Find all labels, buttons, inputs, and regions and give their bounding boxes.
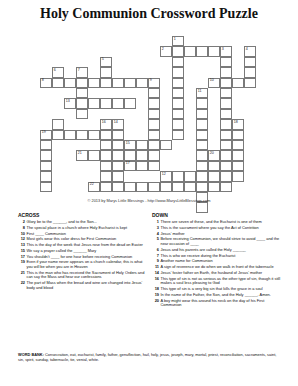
crossword-cell[interactable] [196, 98, 208, 108]
crossword-cell[interactable] [100, 130, 112, 140]
clue-number: 1 [174, 37, 176, 41]
crossword-cell[interactable] [208, 182, 220, 192]
crossword-cell[interactable] [184, 46, 196, 56]
clue-item-text: Even if your name never appears on a chu… [27, 260, 150, 269]
clue-number: 11 [198, 89, 202, 93]
clue-number: 20 [210, 151, 214, 155]
crossword-cell[interactable] [172, 171, 184, 181]
clue-item-text: Jesus and his parents are called the Hol… [161, 248, 284, 253]
copyright-line: © 2013 by Marys Little Blessings - http:… [0, 198, 298, 203]
crossword-cell[interactable] [148, 150, 160, 160]
crossword-cell[interactable] [88, 78, 100, 88]
clue-item-text: A sign of reverence we do when we walk i… [161, 265, 284, 270]
crossword-cell[interactable] [148, 119, 160, 129]
clue-item: 1There are seven of these, and the Eucha… [152, 220, 283, 225]
crossword-cell[interactable] [40, 140, 52, 150]
crossword-cell[interactable] [76, 78, 88, 88]
crossword-cell[interactable] [172, 98, 184, 108]
crossword-cell[interactable] [148, 182, 160, 192]
crossword-cell[interactable] [172, 67, 184, 77]
crossword-cell[interactable] [172, 130, 184, 140]
crossword-cell[interactable] [112, 140, 124, 150]
crossword-cell[interactable] [100, 98, 112, 108]
crossword-cell[interactable] [160, 182, 172, 192]
clue-item: 15We say a prayer called the ______ Mary [18, 249, 149, 254]
clue-item-text: We say a prayer called the ______ Mary [27, 249, 150, 254]
crossword-cell[interactable] [196, 202, 208, 212]
crossword-cell[interactable] [124, 150, 136, 160]
crossword-cell[interactable] [232, 171, 244, 181]
crossword-cell[interactable] [52, 78, 64, 88]
clue-item: 11A sign of reverence we do when we walk… [152, 265, 283, 270]
clue-number: 17 [126, 161, 130, 165]
clue-number: 19 [42, 130, 46, 134]
crossword-cell[interactable] [148, 140, 160, 150]
crossword-cell[interactable] [112, 161, 124, 171]
crossword-cell[interactable] [196, 171, 208, 181]
crossword-cell[interactable] [124, 78, 136, 88]
crossword-cell[interactable]: 1 [172, 36, 184, 46]
clue-number: 4 [246, 47, 248, 51]
clue-item-text: This is the sacrament where you say the … [161, 226, 284, 231]
crossword-cell[interactable] [136, 150, 148, 160]
crossword-cell[interactable] [196, 161, 208, 171]
clue-number: 5 [102, 57, 104, 61]
clue-item-number: 16 [152, 277, 161, 286]
clue-number: 13 [66, 99, 70, 103]
clue-item: 14Jesus' foster father on Earth, the hus… [152, 271, 283, 276]
crossword-cell[interactable] [232, 78, 244, 88]
crossword-cell[interactable] [112, 98, 124, 108]
clue-number: 14 [114, 120, 118, 124]
crossword-cell[interactable] [220, 182, 232, 192]
crossword-cell[interactable] [232, 150, 244, 160]
crossword-cell[interactable] [172, 78, 184, 88]
clue-item-number: 3 [152, 226, 161, 231]
crossword-cell[interactable] [148, 109, 160, 119]
crossword-cell[interactable] [64, 130, 76, 140]
clue-item: 16This type of sin is not as serious as … [152, 277, 283, 286]
clue-item-number: 21 [18, 271, 27, 280]
crossword-cell[interactable]: 4 [244, 46, 256, 56]
crossword-cell[interactable] [172, 109, 184, 119]
crossword-cell[interactable] [40, 161, 52, 171]
crossword-cell[interactable] [172, 88, 184, 98]
crossword-cell[interactable]: 14 [112, 119, 124, 129]
crossword-cell[interactable] [220, 161, 232, 171]
crossword-cell[interactable] [172, 46, 184, 56]
crossword-cell[interactable]: 21 [76, 150, 88, 160]
clue-item-number: 15 [18, 249, 27, 254]
across-clue-list: 2Glory be to the ______, and to the Son.… [18, 220, 149, 292]
crossword-cell[interactable] [136, 140, 148, 150]
crossword-cell[interactable]: 2 [160, 46, 172, 56]
clue-item: 18This type of sin is a very big sin tha… [152, 287, 283, 292]
crossword-cell[interactable] [112, 130, 124, 140]
crossword-cell[interactable] [196, 150, 208, 160]
clue-item-number: 8 [18, 226, 27, 231]
clue-number: 21 [78, 151, 82, 155]
crossword-cell[interactable] [64, 78, 76, 88]
crossword-cell[interactable] [112, 182, 124, 192]
clue-item-number: 5 [152, 237, 161, 246]
crossword-cell[interactable] [244, 78, 256, 88]
crossword-grid: 12345678910111316141819152120171222 [40, 36, 258, 214]
crossword-cell[interactable] [196, 140, 208, 150]
crossword-cell[interactable] [184, 171, 196, 181]
clue-item-text: This type of sin is not as serious as th… [161, 277, 284, 286]
crossword-cell[interactable]: 17 [124, 161, 136, 171]
crossword-cell[interactable] [208, 171, 220, 181]
crossword-cell[interactable] [232, 161, 244, 171]
clue-item-number: 6 [152, 248, 161, 253]
crossword-cell[interactable]: 9 [148, 78, 160, 88]
crossword-cell[interactable] [52, 130, 64, 140]
clue-item-text: Glory be to the ______, and to the Son..… [27, 220, 150, 225]
clue-item-text: In the name of the Father, the Son, and … [161, 293, 284, 298]
page-title: Holy Communion Crossword Puzzle [0, 6, 298, 22]
clue-item: 6Jesus and his parents are called the Ho… [152, 248, 283, 253]
crossword-cell[interactable] [40, 182, 52, 192]
crossword-cell[interactable] [100, 67, 112, 77]
crossword-cell[interactable]: 7 [76, 67, 88, 77]
word-bank: WORD BANK: Consecration, eat, eucharist,… [18, 353, 282, 363]
crossword-cell[interactable] [136, 78, 148, 88]
crossword-cell[interactable] [196, 109, 208, 119]
crossword-cell[interactable]: 3 [220, 46, 232, 56]
clue-item: 5Before receiving Communion, we should s… [152, 237, 283, 246]
crossword-cell[interactable] [136, 161, 148, 171]
clue-item: 3This is the sacrament where you say the… [152, 226, 283, 231]
crossword-cell[interactable] [220, 88, 232, 98]
crossword-cell[interactable]: 16 [100, 119, 112, 129]
crossword-cell[interactable] [220, 171, 232, 181]
clue-item-text: There are seven of these, and the Euchar… [161, 220, 284, 225]
clue-number: 16 [102, 120, 106, 124]
crossword-cell[interactable] [136, 182, 148, 192]
crossword-cell[interactable]: 12 [160, 171, 172, 181]
crossword-cell[interactable] [40, 171, 52, 181]
clue-number: 7 [78, 68, 80, 72]
clue-number: 22 [90, 182, 94, 186]
clue-item: 2Glory be to the ______, and to the Son.… [18, 220, 149, 225]
crossword-cell[interactable] [148, 161, 160, 171]
clue-item-number: 1 [152, 220, 161, 225]
crossword-cell[interactable] [76, 98, 88, 108]
crossword-cell[interactable] [76, 88, 88, 98]
crossword-cell[interactable] [208, 46, 220, 56]
crossword-cell[interactable] [124, 182, 136, 192]
crossword-cell[interactable] [232, 140, 244, 150]
clue-item-number: 14 [152, 271, 161, 276]
clue-item-text: A boy might wear this around his neck on… [161, 299, 284, 308]
crossword-cell[interactable] [100, 171, 112, 181]
crossword-cell[interactable] [220, 78, 232, 88]
crossword-cell[interactable] [88, 98, 100, 108]
clue-number: 10 [210, 78, 214, 82]
clue-item-text: Jesus' foster father on Earth, the husba… [161, 271, 284, 276]
clue-number: 15 [126, 141, 130, 145]
crossword-cell[interactable] [220, 98, 232, 108]
clue-number: 8 [42, 78, 44, 82]
clue-item-number: 19 [18, 260, 27, 269]
crossword-cell[interactable]: 13 [64, 98, 76, 108]
clue-number: 6 [54, 68, 56, 72]
clue-item: 19In the name of the Father, the Son, an… [152, 293, 283, 298]
clue-item-number: 22 [18, 281, 27, 290]
clue-item: 21This is the man who has received the S… [18, 271, 149, 280]
clue-number: 3 [222, 47, 224, 51]
clue-number: 12 [162, 172, 166, 176]
crossword-cell[interactable] [244, 57, 256, 67]
crossword-cell[interactable] [220, 119, 232, 129]
crossword-cell[interactable] [100, 150, 112, 160]
crossword-cell[interactable] [160, 140, 172, 150]
crossword-cell[interactable] [76, 130, 88, 140]
clue-item-number: 20 [152, 299, 161, 308]
crossword-cell[interactable] [76, 109, 88, 119]
across-header: ACROSS [18, 212, 39, 218]
crossword-cell[interactable] [172, 119, 184, 129]
clue-number: 9 [150, 78, 152, 82]
clue-item-text: The special place in a church where Holy… [27, 226, 150, 231]
crossword-cell[interactable] [112, 150, 124, 160]
crossword-cell[interactable]: 15 [124, 140, 136, 150]
crossword-cell[interactable]: 19 [40, 130, 52, 140]
crossword-cell[interactable] [148, 98, 160, 108]
crossword-cell[interactable] [196, 182, 208, 192]
clue-item-text: This type of sin is a very big sin that … [161, 287, 284, 292]
crossword-cell[interactable] [52, 119, 64, 129]
crossword-cell[interactable] [196, 119, 208, 129]
crossword-cell[interactable]: 20 [208, 150, 220, 160]
crossword-cell[interactable] [232, 130, 244, 140]
crossword-cell[interactable] [124, 98, 136, 108]
crossword-cell[interactable] [220, 130, 232, 140]
crossword-cell[interactable] [184, 182, 196, 192]
clue-item: 8The special place in a church where Hol… [18, 226, 149, 231]
crossword-cell[interactable]: 22 [88, 182, 100, 192]
crossword-cell[interactable] [100, 182, 112, 192]
clue-item: 20A boy might wear this around his neck … [152, 299, 283, 308]
crossword-cell[interactable] [220, 140, 232, 150]
clue-item-number: 19 [152, 293, 161, 298]
crossword-cell[interactable] [196, 130, 208, 140]
crossword-cell[interactable] [196, 46, 208, 56]
crossword-cell[interactable] [208, 161, 220, 171]
crossword-cell[interactable] [220, 67, 232, 77]
clue-item-number: 11 [152, 265, 161, 270]
crossword-cell[interactable] [220, 57, 232, 67]
clue-item: 19Even if your name never appears on a c… [18, 260, 149, 269]
crossword-cell[interactable] [88, 130, 100, 140]
clue-item-text: The part of Mass when the bread and wine… [27, 281, 150, 290]
clue-item-number: 2 [18, 220, 27, 225]
clue-number: 2 [162, 47, 164, 51]
down-header: DOWN [152, 212, 168, 218]
crossword-cell[interactable] [40, 150, 52, 160]
crossword-cell[interactable]: 10 [208, 78, 220, 88]
crossword-cell[interactable] [100, 161, 112, 171]
crossword-cell[interactable]: 11 [196, 88, 208, 98]
crossword-cell[interactable] [148, 130, 160, 140]
crossword-cell[interactable] [244, 67, 256, 77]
crossword-cell[interactable] [172, 182, 184, 192]
crossword-cell[interactable] [148, 88, 160, 98]
clue-item: 22The part of Mass when the bread and wi… [18, 281, 149, 290]
word-bank-words: Consecration, eat, eucharist, family, fa… [18, 352, 276, 362]
crossword-cell[interactable]: 8 [40, 78, 52, 88]
crossword-cell[interactable]: 5 [100, 57, 112, 67]
crossword-cell[interactable] [112, 171, 124, 181]
worksheet-page: Holy Communion Crossword Puzzle 12345678… [0, 0, 298, 386]
crossword-cell[interactable] [172, 57, 184, 67]
down-clue-list: 1There are seven of these, and the Eucha… [152, 220, 283, 309]
crossword-cell[interactable] [100, 140, 112, 150]
crossword-cell[interactable]: 6 [52, 67, 64, 77]
crossword-cell[interactable] [220, 150, 232, 160]
crossword-cell[interactable] [112, 78, 124, 88]
crossword-cell[interactable] [220, 109, 232, 119]
clue-item-text: This is the man who has received the Sac… [27, 271, 150, 280]
clue-item-text: Before receiving Communion, we should st… [161, 237, 284, 246]
clue-number: 18 [234, 120, 238, 124]
clue-item-number: 18 [152, 287, 161, 292]
crossword-cell[interactable]: 18 [232, 119, 244, 129]
crossword-cell[interactable] [88, 150, 100, 160]
crossword-cell[interactable] [100, 78, 112, 88]
